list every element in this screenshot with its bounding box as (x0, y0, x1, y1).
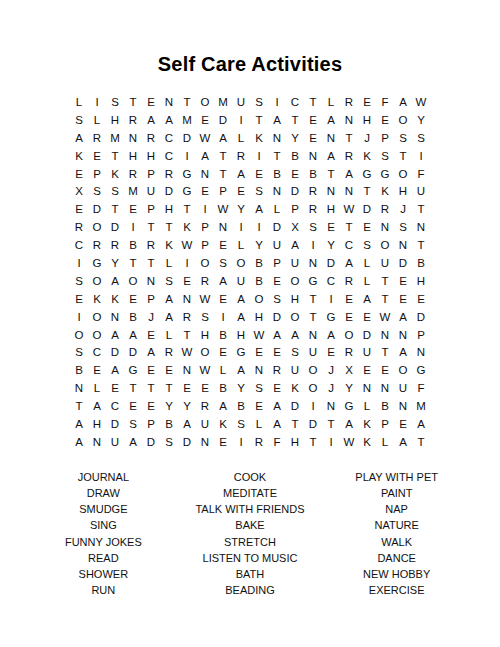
grid-cell: T (142, 379, 160, 397)
grid-cell: H (160, 200, 178, 218)
grid-cell: A (394, 93, 412, 111)
grid-cell: E (142, 361, 160, 379)
grid-cell: C (160, 147, 178, 165)
grid-cell: S (106, 182, 124, 200)
puzzle-title: Self Care Activities (0, 0, 500, 76)
grid-cell: A (142, 111, 160, 129)
grid-cell: T (322, 165, 340, 183)
grid-cell: E (358, 308, 376, 326)
grid-cell: E (124, 290, 142, 308)
grid-cell: N (70, 379, 88, 397)
grid-cell: E (322, 218, 340, 236)
grid-cell: T (376, 343, 394, 361)
grid-cell: N (214, 218, 232, 236)
word-item: NEW HOBBY (323, 566, 470, 582)
grid-cell: R (142, 236, 160, 254)
grid-cell: P (214, 182, 232, 200)
grid-cell: R (340, 93, 358, 111)
grid-cell: T (304, 290, 322, 308)
grid-cell: N (196, 165, 214, 183)
grid-cell: E (304, 111, 322, 129)
word-item: RUN (30, 582, 177, 598)
grid-cell: T (376, 272, 394, 290)
grid-cell: S (268, 290, 286, 308)
grid-cell: B (250, 272, 268, 290)
grid-cell: N (196, 433, 214, 451)
grid-cell: A (232, 165, 250, 183)
word-item: FUNNY JOKES (30, 534, 177, 550)
grid-cell: D (160, 182, 178, 200)
grid-cell: T (286, 415, 304, 433)
grid-cell: H (88, 415, 106, 433)
grid-cell: Y (286, 129, 304, 147)
grid-cell: I (412, 147, 430, 165)
grid-cell: T (412, 236, 430, 254)
grid-cell: P (88, 165, 106, 183)
grid-cell: N (322, 129, 340, 147)
grid-cell: U (286, 361, 304, 379)
grid-cell: F (412, 165, 430, 183)
grid-cell: T (358, 182, 376, 200)
grid-cell: R (196, 272, 214, 290)
grid-cell: S (286, 343, 304, 361)
grid-cell: E (394, 290, 412, 308)
grid-cell: O (88, 218, 106, 236)
grid-cell: O (196, 93, 214, 111)
grid-cell: L (250, 415, 268, 433)
grid-cell: O (88, 308, 106, 326)
grid-cell: R (268, 361, 286, 379)
word-item: SHOWER (30, 566, 177, 582)
grid-cell: Y (232, 379, 250, 397)
grid-cell: S (124, 415, 142, 433)
grid-cell: K (70, 147, 88, 165)
grid-cell: A (412, 415, 430, 433)
grid-cell: D (268, 308, 286, 326)
grid-cell: E (124, 397, 142, 415)
grid-cell: M (214, 93, 232, 111)
grid-cell: E (268, 272, 286, 290)
grid-cell: H (124, 147, 142, 165)
grid-cell: S (70, 343, 88, 361)
grid-cell: A (322, 147, 340, 165)
grid-cell: A (232, 361, 250, 379)
grid-cell: A (142, 343, 160, 361)
grid-cell: T (286, 111, 304, 129)
grid-cell: N (340, 182, 358, 200)
grid-cell: K (88, 290, 106, 308)
grid-cell: B (412, 254, 430, 272)
grid-cell: O (232, 254, 250, 272)
grid-cell: E (214, 343, 232, 361)
grid-cell: C (160, 129, 178, 147)
grid-cell: K (286, 379, 304, 397)
grid-cell: Y (178, 397, 196, 415)
grid-cell: D (358, 200, 376, 218)
grid-cell: S (106, 93, 124, 111)
grid-cell: H (412, 272, 430, 290)
grid-cell: B (286, 147, 304, 165)
grid-cell: R (160, 343, 178, 361)
grid-cell: J (358, 129, 376, 147)
grid-cell: O (88, 326, 106, 344)
grid-cell: E (214, 236, 232, 254)
grid-cell: T (178, 93, 196, 111)
word-item: TALK WITH FRIENDS (177, 501, 324, 517)
grid-cell: B (304, 165, 322, 183)
grid-cell: I (70, 254, 88, 272)
grid-cell: H (394, 182, 412, 200)
grid-cell: O (376, 236, 394, 254)
grid-cell: T (268, 147, 286, 165)
grid-cell: A (70, 129, 88, 147)
grid-cell: D (412, 308, 430, 326)
grid-cell: O (250, 290, 268, 308)
grid-cell: J (142, 308, 160, 326)
grid-cell: R (232, 147, 250, 165)
grid-cell: D (268, 218, 286, 236)
grid-cell: A (106, 361, 124, 379)
letter-grid: LISTENTOMUSICTLREFAWSLHRAAMEDITATEANHEOY… (0, 93, 500, 451)
word-item: WALK (323, 534, 470, 550)
grid-cell: A (70, 415, 88, 433)
grid-cell: N (376, 218, 394, 236)
grid-cell: Y (106, 254, 124, 272)
grid-cell: N (376, 379, 394, 397)
grid-cell: T (106, 200, 124, 218)
grid-cell: E (358, 361, 376, 379)
grid-cell: I (232, 433, 250, 451)
grid-cell: U (412, 182, 430, 200)
word-search-page: Self Care Activities LISTENTOMUSICTLREFA… (0, 0, 500, 647)
grid-cell: E (88, 147, 106, 165)
grid-cell: D (106, 218, 124, 236)
word-item: JOURNAL (30, 469, 177, 485)
grid-cell: P (142, 165, 160, 183)
grid-cell: K (106, 290, 124, 308)
grid-cell: Y (160, 397, 178, 415)
word-item: NAP (323, 501, 470, 517)
grid-cell: H (196, 326, 214, 344)
grid-cell: E (304, 129, 322, 147)
grid-cell: P (142, 415, 160, 433)
grid-cell: A (232, 290, 250, 308)
grid-cell: J (394, 200, 412, 218)
word-item: MEDITATE (177, 485, 324, 501)
grid-cell: G (358, 165, 376, 183)
grid-cell: A (160, 290, 178, 308)
grid-cell: H (358, 111, 376, 129)
grid-cell: P (376, 415, 394, 433)
word-item: PLAY WITH PET (323, 469, 470, 485)
grid-cell: T (142, 218, 160, 236)
grid-cell: I (304, 397, 322, 415)
grid-cell: N (412, 218, 430, 236)
word-item: BEADING (177, 582, 324, 598)
grid-cell: A (268, 415, 286, 433)
grid-cell: G (322, 308, 340, 326)
grid-cell: S (394, 129, 412, 147)
grid-cell: N (268, 129, 286, 147)
grid-cell: U (304, 343, 322, 361)
grid-cell: E (394, 415, 412, 433)
grid-cell: T (322, 415, 340, 433)
grid-cell: U (142, 182, 160, 200)
grid-cell: E (358, 93, 376, 111)
grid-cell: S (70, 111, 88, 129)
grid-cell: N (160, 93, 178, 111)
grid-cell: R (340, 272, 358, 290)
grid-cell: A (178, 415, 196, 433)
word-item: BATH (177, 566, 324, 582)
grid-cell: E (70, 200, 88, 218)
grid-cell: A (160, 111, 178, 129)
grid-cell: Y (250, 236, 268, 254)
grid-cell: E (268, 379, 286, 397)
grid-cell: P (142, 200, 160, 218)
grid-cell: T (124, 93, 142, 111)
grid-cell: E (376, 111, 394, 129)
grid-cell: A (250, 200, 268, 218)
grid-cell: R (106, 236, 124, 254)
grid-cell: N (178, 290, 196, 308)
grid-cell: F (268, 433, 286, 451)
grid-cell: K (178, 218, 196, 236)
grid-cell: R (340, 343, 358, 361)
word-item: COOK (177, 469, 324, 485)
grid-cell: E (196, 111, 214, 129)
word-item: EXERCISE (323, 582, 470, 598)
grid-cell: M (124, 182, 142, 200)
grid-cell: U (196, 415, 214, 433)
grid-cell: S (196, 308, 214, 326)
grid-cell: Y (412, 111, 430, 129)
grid-cell: I (232, 218, 250, 236)
grid-cell: S (394, 218, 412, 236)
grid-cell: H (322, 200, 340, 218)
grid-cell: B (268, 165, 286, 183)
grid-cell: D (304, 415, 322, 433)
grid-cell: T (376, 290, 394, 308)
grid-cell: H (142, 147, 160, 165)
grid-cell: I (88, 93, 106, 111)
grid-cell: B (250, 254, 268, 272)
grid-cell: A (394, 308, 412, 326)
grid-cell: S (358, 236, 376, 254)
grid-cell: B (214, 326, 232, 344)
grid-cell: I (250, 218, 268, 236)
grid-cell: N (322, 182, 340, 200)
grid-cell: E (358, 218, 376, 236)
grid-cell: A (70, 433, 88, 451)
grid-cell: A (322, 326, 340, 344)
grid-cell: G (232, 343, 250, 361)
grid-cell: R (376, 200, 394, 218)
grid-cell: H (286, 290, 304, 308)
grid-cell: L (268, 200, 286, 218)
grid-cell: N (322, 397, 340, 415)
grid-cell: Y (322, 236, 340, 254)
grid-cell: R (160, 165, 178, 183)
grid-cell: O (70, 326, 88, 344)
grid-cell: B (124, 308, 142, 326)
word-item: SING (30, 517, 177, 533)
grid-cell: P (376, 129, 394, 147)
grid-cell: G (124, 361, 142, 379)
grid-cell: L (232, 129, 250, 147)
grid-cell: E (88, 361, 106, 379)
grid-cell: O (394, 361, 412, 379)
grid-cell: W (196, 129, 214, 147)
grid-cell: W (196, 290, 214, 308)
grid-cell: A (124, 326, 142, 344)
grid-cell: S (160, 433, 178, 451)
grid-cell: F (376, 93, 394, 111)
word-list-column-3: PLAY WITH PETPAINTNAPNATUREWALKDANCENEW … (323, 469, 470, 599)
grid-cell: A (394, 433, 412, 451)
grid-cell: U (376, 254, 394, 272)
word-item: READ (30, 550, 177, 566)
grid-cell: N (358, 379, 376, 397)
grid-cell: U (232, 93, 250, 111)
grid-cell: P (268, 254, 286, 272)
grid-cell: A (340, 254, 358, 272)
grid-cell: U (232, 272, 250, 290)
grid-cell: E (394, 272, 412, 290)
grid-cell: I (304, 236, 322, 254)
grid-cell: L (88, 111, 106, 129)
grid-cell: I (196, 200, 214, 218)
grid-cell: S (160, 272, 178, 290)
grid-cell: O (340, 326, 358, 344)
grid-cell: X (286, 218, 304, 236)
grid-cell: D (322, 254, 340, 272)
grid-cell: W (196, 361, 214, 379)
word-item: SMUDGE (30, 501, 177, 517)
grid-cell: R (250, 433, 268, 451)
grid-cell: T (160, 379, 178, 397)
word-item: DANCE (323, 550, 470, 566)
grid-cell: A (232, 308, 250, 326)
grid-cell: H (250, 308, 268, 326)
grid-cell: D (178, 129, 196, 147)
grid-cell: A (106, 326, 124, 344)
grid-cell: B (124, 236, 142, 254)
grid-cell: O (304, 361, 322, 379)
grid-cell: W (214, 200, 232, 218)
grid-cell: E (250, 165, 268, 183)
grid-cell: U (286, 254, 304, 272)
grid-cell: E (178, 379, 196, 397)
grid-cell: B (376, 397, 394, 415)
grid-cell: I (214, 308, 232, 326)
word-item: DRAW (30, 485, 177, 501)
grid-cell: E (196, 379, 214, 397)
grid-cell: A (358, 290, 376, 308)
grid-cell: G (178, 165, 196, 183)
grid-cell: G (412, 361, 430, 379)
grid-cell: L (214, 361, 232, 379)
grid-cell: E (70, 290, 88, 308)
grid-cell: R (124, 165, 142, 183)
grid-cell: N (106, 308, 124, 326)
grid-cell: K (358, 147, 376, 165)
grid-cell: R (340, 147, 358, 165)
grid-cell: O (394, 165, 412, 183)
grid-cell: N (142, 272, 160, 290)
grid-cell: K (358, 415, 376, 433)
grid-cell: A (268, 397, 286, 415)
grid-cell: O (88, 272, 106, 290)
grid-cell: I (124, 218, 142, 236)
grid-cell: E (376, 361, 394, 379)
grid-cell: E (70, 165, 88, 183)
grid-cell: E (250, 397, 268, 415)
grid-cell: I (178, 254, 196, 272)
grid-cell: O (124, 272, 142, 290)
word-list: JOURNALDRAWSMUDGESINGFUNNY JOKESREADSHOW… (30, 469, 470, 599)
grid-cell: E (268, 343, 286, 361)
grid-cell: U (268, 236, 286, 254)
grid-cell: L (376, 433, 394, 451)
grid-cell: T (412, 200, 430, 218)
grid-cell: N (340, 111, 358, 129)
grid-cell: L (70, 93, 88, 111)
grid-cell: U (358, 343, 376, 361)
grid-cell: H (286, 433, 304, 451)
grid-cell: E (160, 361, 178, 379)
grid-cell: Y (232, 200, 250, 218)
grid-cell: M (106, 129, 124, 147)
grid-cell: I (178, 147, 196, 165)
grid-cell: A (196, 147, 214, 165)
grid-cell: G (376, 165, 394, 183)
grid-cell: U (106, 433, 124, 451)
grid-cell: C (106, 397, 124, 415)
word-item: PAINT (323, 485, 470, 501)
grid-cell: J (322, 379, 340, 397)
grid-cell: T (304, 433, 322, 451)
grid-cell: R (124, 111, 142, 129)
grid-cell: W (340, 433, 358, 451)
grid-cell: D (106, 415, 124, 433)
grid-cell: W (376, 308, 394, 326)
word-item: STRETCH (177, 534, 324, 550)
grid-cell: G (88, 254, 106, 272)
grid-cell: R (178, 308, 196, 326)
grid-cell: L (88, 379, 106, 397)
grid-cell: A (322, 111, 340, 129)
grid-cell: D (286, 182, 304, 200)
grid-cell: N (394, 236, 412, 254)
grid-cell: I (232, 111, 250, 129)
grid-cell: P (196, 236, 214, 254)
grid-cell: D (394, 254, 412, 272)
grid-cell: A (340, 165, 358, 183)
grid-cell: X (70, 182, 88, 200)
grid-cell: L (160, 254, 178, 272)
grid-cell: O (304, 379, 322, 397)
grid-cell: L (322, 93, 340, 111)
grid-cell: E (214, 433, 232, 451)
grid-cell: A (88, 397, 106, 415)
grid-cell: T (214, 165, 232, 183)
grid-cell: A (124, 433, 142, 451)
grid-cell: N (304, 254, 322, 272)
grid-cell: T (394, 147, 412, 165)
grid-cell: T (250, 111, 268, 129)
grid-cell: N (394, 397, 412, 415)
